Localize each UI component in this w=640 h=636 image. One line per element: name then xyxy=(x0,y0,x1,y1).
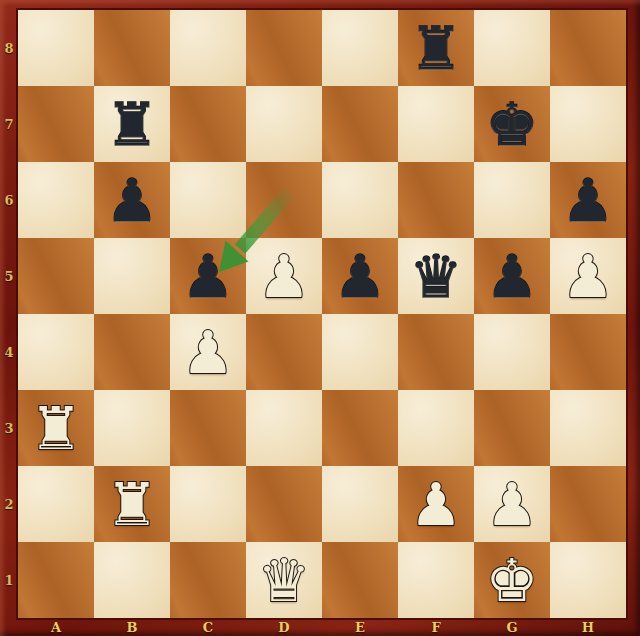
square-a5[interactable] xyxy=(18,238,94,314)
rank-label-4: 4 xyxy=(0,314,18,390)
file-labels: ABCDEFGH xyxy=(18,618,626,636)
piece-black-king[interactable]: ♚ xyxy=(474,86,550,162)
rank-label-6: 6 xyxy=(0,162,18,238)
square-g7[interactable]: ♚ xyxy=(474,86,550,162)
square-h5[interactable]: ♟ xyxy=(550,238,626,314)
square-f6[interactable] xyxy=(398,162,474,238)
file-label-b: B xyxy=(94,618,170,636)
square-b5[interactable] xyxy=(94,238,170,314)
square-c4[interactable]: ♟ xyxy=(170,314,246,390)
square-c7[interactable] xyxy=(170,86,246,162)
square-d4[interactable] xyxy=(246,314,322,390)
square-a3[interactable]: ♜ xyxy=(18,390,94,466)
square-f1[interactable] xyxy=(398,542,474,618)
square-c5[interactable]: ♟ xyxy=(170,238,246,314)
square-h7[interactable] xyxy=(550,86,626,162)
square-g3[interactable] xyxy=(474,390,550,466)
piece-white-pawn[interactable]: ♟ xyxy=(550,238,626,314)
square-e3[interactable] xyxy=(322,390,398,466)
square-g4[interactable] xyxy=(474,314,550,390)
square-f3[interactable] xyxy=(398,390,474,466)
piece-white-pawn[interactable]: ♟ xyxy=(170,314,246,390)
square-d3[interactable] xyxy=(246,390,322,466)
rank-label-2: 2 xyxy=(0,466,18,542)
piece-white-king[interactable]: ♚ xyxy=(474,542,550,618)
square-a2[interactable] xyxy=(18,466,94,542)
piece-black-rook[interactable]: ♜ xyxy=(94,86,170,162)
piece-white-rook[interactable]: ♜ xyxy=(94,466,170,542)
square-h1[interactable] xyxy=(550,542,626,618)
piece-black-pawn[interactable]: ♟ xyxy=(322,238,398,314)
square-b7[interactable]: ♜ xyxy=(94,86,170,162)
square-b2[interactable]: ♜ xyxy=(94,466,170,542)
piece-black-pawn[interactable]: ♟ xyxy=(170,238,246,314)
square-b8[interactable] xyxy=(94,10,170,86)
square-e5[interactable]: ♟ xyxy=(322,238,398,314)
square-c8[interactable] xyxy=(170,10,246,86)
file-label-a: A xyxy=(18,618,94,636)
piece-black-pawn[interactable]: ♟ xyxy=(550,162,626,238)
square-h8[interactable] xyxy=(550,10,626,86)
piece-black-rook[interactable]: ♜ xyxy=(398,10,474,86)
piece-white-pawn[interactable]: ♟ xyxy=(474,466,550,542)
square-f7[interactable] xyxy=(398,86,474,162)
square-a8[interactable] xyxy=(18,10,94,86)
file-label-f: F xyxy=(398,618,474,636)
chessboard-frame: ♜♜♚♟♟♟♟♟♛♟♟♟♜♜♟♟♛♚ 87654321 ABCDEFGH xyxy=(0,0,640,636)
rank-labels: 87654321 xyxy=(0,10,18,618)
rank-label-7: 7 xyxy=(0,86,18,162)
piece-white-pawn[interactable]: ♟ xyxy=(398,466,474,542)
square-h3[interactable] xyxy=(550,390,626,466)
square-a4[interactable] xyxy=(18,314,94,390)
file-label-e: E xyxy=(322,618,398,636)
piece-white-pawn[interactable]: ♟ xyxy=(246,238,322,314)
square-d6[interactable] xyxy=(246,162,322,238)
square-c3[interactable] xyxy=(170,390,246,466)
rank-label-1: 1 xyxy=(0,542,18,618)
file-label-h: H xyxy=(550,618,626,636)
square-f5[interactable]: ♛ xyxy=(398,238,474,314)
square-a6[interactable] xyxy=(18,162,94,238)
square-b4[interactable] xyxy=(94,314,170,390)
square-a1[interactable] xyxy=(18,542,94,618)
square-c2[interactable] xyxy=(170,466,246,542)
square-h6[interactable]: ♟ xyxy=(550,162,626,238)
square-e6[interactable] xyxy=(322,162,398,238)
piece-white-queen[interactable]: ♛ xyxy=(246,542,322,618)
file-label-g: G xyxy=(474,618,550,636)
square-c1[interactable] xyxy=(170,542,246,618)
square-d8[interactable] xyxy=(246,10,322,86)
square-a7[interactable] xyxy=(18,86,94,162)
square-e8[interactable] xyxy=(322,10,398,86)
square-d7[interactable] xyxy=(246,86,322,162)
square-d5[interactable]: ♟ xyxy=(246,238,322,314)
piece-black-queen[interactable]: ♛ xyxy=(398,238,474,314)
square-d1[interactable]: ♛ xyxy=(246,542,322,618)
rank-label-3: 3 xyxy=(0,390,18,466)
square-f8[interactable]: ♜ xyxy=(398,10,474,86)
square-g2[interactable]: ♟ xyxy=(474,466,550,542)
square-d2[interactable] xyxy=(246,466,322,542)
piece-white-rook[interactable]: ♜ xyxy=(18,390,94,466)
piece-black-pawn[interactable]: ♟ xyxy=(94,162,170,238)
square-f4[interactable] xyxy=(398,314,474,390)
square-e7[interactable] xyxy=(322,86,398,162)
file-label-d: D xyxy=(246,618,322,636)
square-g8[interactable] xyxy=(474,10,550,86)
square-h4[interactable] xyxy=(550,314,626,390)
square-g6[interactable] xyxy=(474,162,550,238)
square-b3[interactable] xyxy=(94,390,170,466)
rank-label-5: 5 xyxy=(0,238,18,314)
board: ♜♜♚♟♟♟♟♟♛♟♟♟♜♜♟♟♛♚ xyxy=(18,10,626,618)
square-e4[interactable] xyxy=(322,314,398,390)
square-b6[interactable]: ♟ xyxy=(94,162,170,238)
square-e1[interactable] xyxy=(322,542,398,618)
square-e2[interactable] xyxy=(322,466,398,542)
square-f2[interactable]: ♟ xyxy=(398,466,474,542)
square-g5[interactable]: ♟ xyxy=(474,238,550,314)
file-label-c: C xyxy=(170,618,246,636)
piece-black-pawn[interactable]: ♟ xyxy=(474,238,550,314)
square-h2[interactable] xyxy=(550,466,626,542)
rank-label-8: 8 xyxy=(0,10,18,86)
square-b1[interactable] xyxy=(94,542,170,618)
square-c6[interactable] xyxy=(170,162,246,238)
square-g1[interactable]: ♚ xyxy=(474,542,550,618)
